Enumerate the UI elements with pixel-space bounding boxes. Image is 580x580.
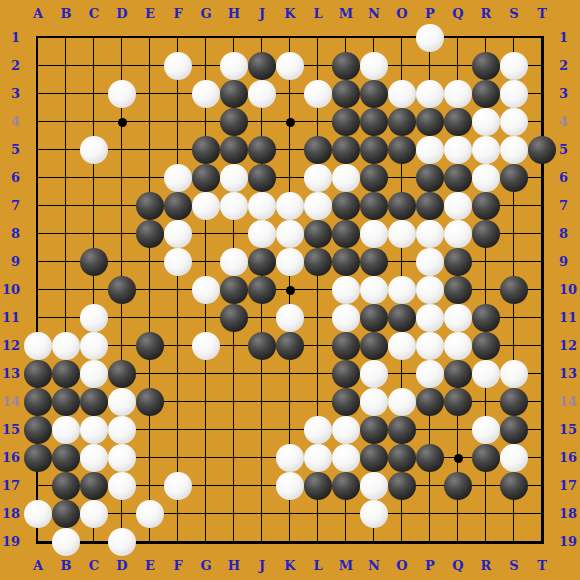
intersection-N8[interactable] [360,220,388,248]
intersection-D18[interactable] [108,500,136,528]
intersection-N5[interactable] [360,136,388,164]
intersection-M15[interactable] [332,416,360,444]
intersection-D14[interactable] [108,388,136,416]
intersection-P18[interactable] [416,500,444,528]
intersection-D19[interactable] [108,528,136,556]
intersection-B8[interactable] [52,220,80,248]
intersection-G7[interactable] [192,192,220,220]
intersection-B4[interactable] [52,108,80,136]
intersection-A18[interactable] [24,500,52,528]
intersection-M4[interactable] [332,108,360,136]
intersection-M17[interactable] [332,472,360,500]
intersection-N17[interactable] [360,472,388,500]
intersection-L4[interactable] [304,108,332,136]
intersection-R11[interactable] [472,304,500,332]
intersection-P1[interactable] [416,24,444,52]
intersection-D11[interactable] [108,304,136,332]
intersection-L3[interactable] [304,80,332,108]
intersection-M1[interactable] [332,24,360,52]
intersection-H17[interactable] [220,472,248,500]
intersection-P11[interactable] [416,304,444,332]
intersection-R12[interactable] [472,332,500,360]
intersection-A4[interactable] [24,108,52,136]
intersection-S6[interactable] [500,164,528,192]
intersection-S5[interactable] [500,136,528,164]
intersection-H9[interactable] [220,248,248,276]
intersection-O18[interactable] [388,500,416,528]
intersection-A16[interactable] [24,444,52,472]
intersection-P16[interactable] [416,444,444,472]
intersection-M9[interactable] [332,248,360,276]
intersection-E4[interactable] [136,108,164,136]
intersection-N4[interactable] [360,108,388,136]
intersection-G11[interactable] [192,304,220,332]
intersection-K15[interactable] [276,416,304,444]
intersection-T4[interactable] [528,108,556,136]
intersection-R18[interactable] [472,500,500,528]
intersection-E1[interactable] [136,24,164,52]
intersection-C3[interactable] [80,80,108,108]
intersection-O14[interactable] [388,388,416,416]
intersection-T15[interactable] [528,416,556,444]
intersection-L7[interactable] [304,192,332,220]
intersection-M3[interactable] [332,80,360,108]
intersection-O2[interactable] [388,52,416,80]
intersection-P5[interactable] [416,136,444,164]
intersection-M7[interactable] [332,192,360,220]
intersection-L18[interactable] [304,500,332,528]
intersection-Q4[interactable] [444,108,472,136]
intersection-G8[interactable] [192,220,220,248]
intersection-R15[interactable] [472,416,500,444]
intersection-C8[interactable] [80,220,108,248]
intersection-P14[interactable] [416,388,444,416]
intersection-B10[interactable] [52,276,80,304]
intersection-K17[interactable] [276,472,304,500]
intersection-B3[interactable] [52,80,80,108]
intersection-O7[interactable] [388,192,416,220]
intersection-G3[interactable] [192,80,220,108]
intersection-N13[interactable] [360,360,388,388]
intersection-O16[interactable] [388,444,416,472]
intersection-R9[interactable] [472,248,500,276]
intersection-K13[interactable] [276,360,304,388]
intersection-K14[interactable] [276,388,304,416]
intersection-S17[interactable] [500,472,528,500]
intersection-M10[interactable] [332,276,360,304]
intersection-A11[interactable] [24,304,52,332]
intersection-C10[interactable] [80,276,108,304]
intersection-E14[interactable] [136,388,164,416]
intersection-E7[interactable] [136,192,164,220]
intersection-D15[interactable] [108,416,136,444]
intersection-K3[interactable] [276,80,304,108]
intersection-Q12[interactable] [444,332,472,360]
intersection-B6[interactable] [52,164,80,192]
intersection-O17[interactable] [388,472,416,500]
intersection-C2[interactable] [80,52,108,80]
intersection-H2[interactable] [220,52,248,80]
intersection-A14[interactable] [24,388,52,416]
intersection-R4[interactable] [472,108,500,136]
intersection-J1[interactable] [248,24,276,52]
intersection-G14[interactable] [192,388,220,416]
intersection-O4[interactable] [388,108,416,136]
intersection-B13[interactable] [52,360,80,388]
intersection-H8[interactable] [220,220,248,248]
intersection-M11[interactable] [332,304,360,332]
intersection-L17[interactable] [304,472,332,500]
intersection-M19[interactable] [332,528,360,556]
intersection-H19[interactable] [220,528,248,556]
intersection-B15[interactable] [52,416,80,444]
intersection-T7[interactable] [528,192,556,220]
intersection-L1[interactable] [304,24,332,52]
intersection-O11[interactable] [388,304,416,332]
intersection-M2[interactable] [332,52,360,80]
intersection-C19[interactable] [80,528,108,556]
intersection-K11[interactable] [276,304,304,332]
intersection-H15[interactable] [220,416,248,444]
intersection-N1[interactable] [360,24,388,52]
intersection-E19[interactable] [136,528,164,556]
intersection-T19[interactable] [528,528,556,556]
intersection-M14[interactable] [332,388,360,416]
intersection-F3[interactable] [164,80,192,108]
intersection-O13[interactable] [388,360,416,388]
intersection-T16[interactable] [528,444,556,472]
intersection-J4[interactable] [248,108,276,136]
intersection-M13[interactable] [332,360,360,388]
intersection-Q7[interactable] [444,192,472,220]
intersection-P19[interactable] [416,528,444,556]
intersection-T12[interactable] [528,332,556,360]
intersection-Q15[interactable] [444,416,472,444]
intersection-Q17[interactable] [444,472,472,500]
intersection-B7[interactable] [52,192,80,220]
intersection-F14[interactable] [164,388,192,416]
intersection-F4[interactable] [164,108,192,136]
intersection-E16[interactable] [136,444,164,472]
intersection-D17[interactable] [108,472,136,500]
intersection-P15[interactable] [416,416,444,444]
intersection-N9[interactable] [360,248,388,276]
intersection-K6[interactable] [276,164,304,192]
intersection-S11[interactable] [500,304,528,332]
intersection-C4[interactable] [80,108,108,136]
intersection-P8[interactable] [416,220,444,248]
intersection-P2[interactable] [416,52,444,80]
intersection-O9[interactable] [388,248,416,276]
intersection-G6[interactable] [192,164,220,192]
intersection-M16[interactable] [332,444,360,472]
intersection-C9[interactable] [80,248,108,276]
intersection-D4[interactable] [108,108,136,136]
intersection-B16[interactable] [52,444,80,472]
intersection-S13[interactable] [500,360,528,388]
intersection-F13[interactable] [164,360,192,388]
intersection-L16[interactable] [304,444,332,472]
intersection-A1[interactable] [24,24,52,52]
intersection-A9[interactable] [24,248,52,276]
intersection-G18[interactable] [192,500,220,528]
intersection-G12[interactable] [192,332,220,360]
intersection-C6[interactable] [80,164,108,192]
intersection-F11[interactable] [164,304,192,332]
intersection-N18[interactable] [360,500,388,528]
intersection-F15[interactable] [164,416,192,444]
intersection-C12[interactable] [80,332,108,360]
intersection-S7[interactable] [500,192,528,220]
intersection-H4[interactable] [220,108,248,136]
intersection-G5[interactable] [192,136,220,164]
intersection-E2[interactable] [136,52,164,80]
intersection-S4[interactable] [500,108,528,136]
intersection-R8[interactable] [472,220,500,248]
intersection-J14[interactable] [248,388,276,416]
intersection-Q2[interactable] [444,52,472,80]
intersection-S12[interactable] [500,332,528,360]
intersection-G17[interactable] [192,472,220,500]
intersection-Q9[interactable] [444,248,472,276]
intersection-E12[interactable] [136,332,164,360]
intersection-Q1[interactable] [444,24,472,52]
intersection-S2[interactable] [500,52,528,80]
intersection-E3[interactable] [136,80,164,108]
intersection-N19[interactable] [360,528,388,556]
intersection-G16[interactable] [192,444,220,472]
intersection-R19[interactable] [472,528,500,556]
intersection-D8[interactable] [108,220,136,248]
intersection-E8[interactable] [136,220,164,248]
intersection-L8[interactable] [304,220,332,248]
intersection-H13[interactable] [220,360,248,388]
intersection-D7[interactable] [108,192,136,220]
intersection-H11[interactable] [220,304,248,332]
intersection-F7[interactable] [164,192,192,220]
intersection-Q6[interactable] [444,164,472,192]
intersection-M12[interactable] [332,332,360,360]
intersection-N3[interactable] [360,80,388,108]
intersection-T2[interactable] [528,52,556,80]
intersection-M18[interactable] [332,500,360,528]
intersection-D6[interactable] [108,164,136,192]
intersection-K16[interactable] [276,444,304,472]
intersection-S1[interactable] [500,24,528,52]
intersection-G15[interactable] [192,416,220,444]
intersection-R3[interactable] [472,80,500,108]
intersection-D10[interactable] [108,276,136,304]
intersection-N2[interactable] [360,52,388,80]
intersection-G19[interactable] [192,528,220,556]
intersection-B12[interactable] [52,332,80,360]
intersection-S8[interactable] [500,220,528,248]
intersection-Q13[interactable] [444,360,472,388]
intersection-N10[interactable] [360,276,388,304]
intersection-S10[interactable] [500,276,528,304]
intersection-R16[interactable] [472,444,500,472]
intersection-H12[interactable] [220,332,248,360]
intersection-B9[interactable] [52,248,80,276]
intersection-T1[interactable] [528,24,556,52]
intersection-Q11[interactable] [444,304,472,332]
intersection-C5[interactable] [80,136,108,164]
intersection-P13[interactable] [416,360,444,388]
intersection-G10[interactable] [192,276,220,304]
intersection-M5[interactable] [332,136,360,164]
intersection-J3[interactable] [248,80,276,108]
intersection-M6[interactable] [332,164,360,192]
intersection-H16[interactable] [220,444,248,472]
go-board[interactable] [24,24,556,556]
intersection-F2[interactable] [164,52,192,80]
intersection-J18[interactable] [248,500,276,528]
intersection-L15[interactable] [304,416,332,444]
intersection-L9[interactable] [304,248,332,276]
intersection-K12[interactable] [276,332,304,360]
intersection-C11[interactable] [80,304,108,332]
intersection-H10[interactable] [220,276,248,304]
intersection-R10[interactable] [472,276,500,304]
intersection-D1[interactable] [108,24,136,52]
intersection-T14[interactable] [528,388,556,416]
intersection-N6[interactable] [360,164,388,192]
intersection-D3[interactable] [108,80,136,108]
intersection-B17[interactable] [52,472,80,500]
intersection-Q16[interactable] [444,444,472,472]
intersection-K8[interactable] [276,220,304,248]
intersection-F9[interactable] [164,248,192,276]
intersection-J15[interactable] [248,416,276,444]
intersection-T11[interactable] [528,304,556,332]
intersection-J11[interactable] [248,304,276,332]
intersection-B5[interactable] [52,136,80,164]
intersection-P4[interactable] [416,108,444,136]
intersection-A7[interactable] [24,192,52,220]
intersection-J5[interactable] [248,136,276,164]
intersection-N15[interactable] [360,416,388,444]
intersection-D13[interactable] [108,360,136,388]
intersection-A17[interactable] [24,472,52,500]
intersection-B1[interactable] [52,24,80,52]
intersection-J2[interactable] [248,52,276,80]
intersection-T13[interactable] [528,360,556,388]
intersection-O15[interactable] [388,416,416,444]
intersection-K4[interactable] [276,108,304,136]
intersection-F17[interactable] [164,472,192,500]
intersection-B11[interactable] [52,304,80,332]
intersection-N14[interactable] [360,388,388,416]
intersection-P17[interactable] [416,472,444,500]
intersection-K5[interactable] [276,136,304,164]
intersection-K1[interactable] [276,24,304,52]
intersection-A13[interactable] [24,360,52,388]
intersection-D12[interactable] [108,332,136,360]
intersection-F8[interactable] [164,220,192,248]
intersection-R6[interactable] [472,164,500,192]
intersection-A19[interactable] [24,528,52,556]
intersection-Q18[interactable] [444,500,472,528]
intersection-P12[interactable] [416,332,444,360]
intersection-R2[interactable] [472,52,500,80]
intersection-K9[interactable] [276,248,304,276]
intersection-J16[interactable] [248,444,276,472]
intersection-O1[interactable] [388,24,416,52]
intersection-F6[interactable] [164,164,192,192]
intersection-J9[interactable] [248,248,276,276]
intersection-O19[interactable] [388,528,416,556]
intersection-E10[interactable] [136,276,164,304]
intersection-C13[interactable] [80,360,108,388]
intersection-O3[interactable] [388,80,416,108]
intersection-T18[interactable] [528,500,556,528]
intersection-J7[interactable] [248,192,276,220]
intersection-L2[interactable] [304,52,332,80]
intersection-O10[interactable] [388,276,416,304]
intersection-G2[interactable] [192,52,220,80]
intersection-P3[interactable] [416,80,444,108]
intersection-A12[interactable] [24,332,52,360]
intersection-T17[interactable] [528,472,556,500]
intersection-O12[interactable] [388,332,416,360]
intersection-S19[interactable] [500,528,528,556]
intersection-E6[interactable] [136,164,164,192]
intersection-T10[interactable] [528,276,556,304]
intersection-O8[interactable] [388,220,416,248]
intersection-R17[interactable] [472,472,500,500]
intersection-T3[interactable] [528,80,556,108]
intersection-G1[interactable] [192,24,220,52]
intersection-T8[interactable] [528,220,556,248]
intersection-L13[interactable] [304,360,332,388]
intersection-G9[interactable] [192,248,220,276]
intersection-J10[interactable] [248,276,276,304]
intersection-Q8[interactable] [444,220,472,248]
intersection-B2[interactable] [52,52,80,80]
intersection-C7[interactable] [80,192,108,220]
intersection-H6[interactable] [220,164,248,192]
intersection-A5[interactable] [24,136,52,164]
intersection-P7[interactable] [416,192,444,220]
intersection-S3[interactable] [500,80,528,108]
intersection-N11[interactable] [360,304,388,332]
intersection-E11[interactable] [136,304,164,332]
intersection-C14[interactable] [80,388,108,416]
intersection-J19[interactable] [248,528,276,556]
intersection-S16[interactable] [500,444,528,472]
intersection-Q19[interactable] [444,528,472,556]
intersection-L19[interactable] [304,528,332,556]
intersection-D16[interactable] [108,444,136,472]
intersection-C1[interactable] [80,24,108,52]
intersection-R5[interactable] [472,136,500,164]
intersection-Q3[interactable] [444,80,472,108]
intersection-L10[interactable] [304,276,332,304]
intersection-Q10[interactable] [444,276,472,304]
intersection-G13[interactable] [192,360,220,388]
intersection-R13[interactable] [472,360,500,388]
intersection-C15[interactable] [80,416,108,444]
intersection-J17[interactable] [248,472,276,500]
intersection-K19[interactable] [276,528,304,556]
intersection-B19[interactable] [52,528,80,556]
intersection-O6[interactable] [388,164,416,192]
intersection-A2[interactable] [24,52,52,80]
intersection-A6[interactable] [24,164,52,192]
intersection-C17[interactable] [80,472,108,500]
intersection-H14[interactable] [220,388,248,416]
intersection-J6[interactable] [248,164,276,192]
